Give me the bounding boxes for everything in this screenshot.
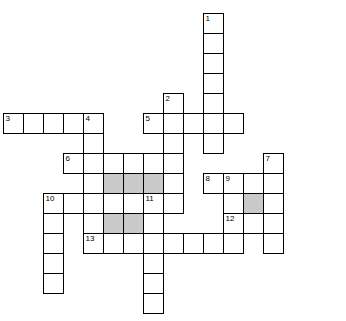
cell-r5-c10[interactable] (203, 113, 224, 134)
cell-r11-c13[interactable] (263, 233, 284, 254)
cell-r3-c10[interactable] (203, 73, 224, 94)
cell-r9-c3[interactable] (63, 193, 84, 214)
cell-r10-c11[interactable]: 12 (223, 213, 244, 234)
cell-r5-c4[interactable]: 4 (83, 113, 104, 134)
cell-r2-c10[interactable] (203, 53, 224, 74)
crossword-page: 12345678910111213 (0, 0, 346, 321)
blocked-cell-r8-c5 (103, 173, 124, 194)
clue-number-12: 12 (226, 214, 235, 223)
cell-r7-c6[interactable] (123, 153, 144, 174)
clue-number-7: 7 (266, 154, 270, 163)
cell-r8-c13[interactable] (263, 173, 284, 194)
clue-number-3: 3 (6, 114, 10, 123)
cell-r11-c9[interactable] (183, 233, 204, 254)
cell-r8-c11[interactable]: 9 (223, 173, 244, 194)
clue-number-11: 11 (146, 194, 154, 203)
clue-number-4: 4 (86, 114, 90, 123)
cell-r11-c6[interactable] (123, 233, 144, 254)
cell-r13-c7[interactable] (143, 273, 164, 294)
cell-r10-c12[interactable] (243, 213, 264, 234)
cell-r9-c7[interactable]: 11 (143, 193, 164, 214)
cell-r7-c13[interactable]: 7 (263, 153, 284, 174)
cell-r5-c8[interactable] (163, 113, 184, 134)
blocked-cell-r10-c6 (123, 213, 144, 234)
cell-r8-c8[interactable] (163, 173, 184, 194)
cell-r9-c6[interactable] (123, 193, 144, 214)
cell-r12-c2[interactable] (43, 253, 64, 274)
clue-number-1: 1 (206, 14, 210, 23)
cell-r5-c9[interactable] (183, 113, 204, 134)
cell-r9-c8[interactable] (163, 193, 184, 214)
clue-number-8: 8 (206, 174, 210, 183)
cell-r8-c12[interactable] (243, 173, 264, 194)
cell-r11-c7[interactable] (143, 233, 164, 254)
cell-r13-c2[interactable] (43, 273, 64, 294)
cell-r10-c2[interactable] (43, 213, 64, 234)
blocked-cell-r10-c5 (103, 213, 124, 234)
cell-r11-c10[interactable] (203, 233, 224, 254)
cell-r6-c4[interactable] (83, 133, 104, 154)
cell-r11-c5[interactable] (103, 233, 124, 254)
cell-r9-c2[interactable]: 10 (43, 193, 64, 214)
cell-r9-c13[interactable] (263, 193, 284, 214)
cell-r5-c0[interactable]: 3 (3, 113, 24, 134)
cell-r12-c7[interactable] (143, 253, 164, 274)
cell-r0-c10[interactable]: 1 (203, 13, 224, 34)
blocked-cell-r8-c7 (143, 173, 164, 194)
cell-r5-c11[interactable] (223, 113, 244, 134)
cell-r11-c4[interactable]: 13 (83, 233, 104, 254)
cell-r10-c7[interactable] (143, 213, 164, 234)
cell-r8-c4[interactable] (83, 173, 104, 194)
cell-r11-c8[interactable] (163, 233, 184, 254)
cell-r5-c3[interactable] (63, 113, 84, 134)
crossword-board: 12345678910111213 (3, 13, 284, 314)
cell-r10-c4[interactable] (83, 213, 104, 234)
cell-r9-c5[interactable] (103, 193, 124, 214)
cell-r8-c10[interactable]: 8 (203, 173, 224, 194)
cell-r14-c7[interactable] (143, 293, 164, 314)
cell-r1-c10[interactable] (203, 33, 224, 54)
clue-number-6: 6 (66, 154, 70, 163)
cell-r6-c10[interactable] (203, 133, 224, 154)
blocked-cell-r9-c12 (243, 193, 264, 214)
clue-number-9: 9 (226, 174, 230, 183)
cell-r11-c2[interactable] (43, 233, 64, 254)
clue-number-5: 5 (146, 114, 150, 123)
cell-r4-c8[interactable]: 2 (163, 93, 184, 114)
cell-r10-c13[interactable] (263, 213, 284, 234)
clue-number-13: 13 (86, 234, 95, 243)
cell-r7-c3[interactable]: 6 (63, 153, 84, 174)
cell-r9-c11[interactable] (223, 193, 244, 214)
cell-r7-c8[interactable] (163, 153, 184, 174)
cell-r4-c10[interactable] (203, 93, 224, 114)
cell-r5-c7[interactable]: 5 (143, 113, 164, 134)
clue-number-2: 2 (166, 94, 170, 103)
cell-r5-c2[interactable] (43, 113, 64, 134)
blocked-cell-r8-c6 (123, 173, 144, 194)
cell-r9-c4[interactable] (83, 193, 104, 214)
cell-r6-c8[interactable] (163, 133, 184, 154)
cell-r7-c4[interactable] (83, 153, 104, 174)
cell-r7-c7[interactable] (143, 153, 164, 174)
cell-r11-c11[interactable] (223, 233, 244, 254)
cell-r5-c1[interactable] (23, 113, 44, 134)
cell-r7-c5[interactable] (103, 153, 124, 174)
clue-number-10: 10 (46, 194, 55, 203)
